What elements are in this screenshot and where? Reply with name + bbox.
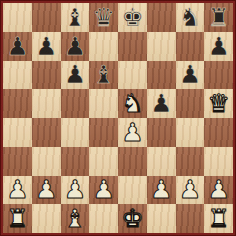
- square-f2[interactable]: ♟: [147, 176, 176, 205]
- square-d4[interactable]: [89, 118, 118, 147]
- white-knight-e5: ♞: [121, 89, 143, 118]
- black-pawn-c6: ♟: [64, 61, 86, 90]
- white-queen-h5: ♛: [207, 89, 229, 118]
- square-f8[interactable]: [147, 3, 176, 32]
- square-b2[interactable]: ♟: [32, 176, 61, 205]
- white-pawn-b2: ♟: [35, 176, 57, 205]
- square-b7[interactable]: ♟: [32, 32, 61, 61]
- square-e7[interactable]: [118, 32, 147, 61]
- white-pawn-f2: ♟: [150, 176, 172, 205]
- square-e4[interactable]: ♟: [118, 118, 147, 147]
- white-pawn-e4: ♟: [121, 118, 143, 147]
- black-rook-h8: ♜: [207, 3, 229, 32]
- square-a8[interactable]: [3, 3, 32, 32]
- square-g6[interactable]: ♟: [176, 61, 205, 90]
- square-a1[interactable]: ♜: [3, 204, 32, 233]
- square-c8[interactable]: ♝: [61, 3, 90, 32]
- square-g4[interactable]: [176, 118, 205, 147]
- white-pawn-a2: ♟: [6, 176, 28, 205]
- square-d5[interactable]: [89, 89, 118, 118]
- board-frame: ♝♛♚♞♜♟♟♟♟♟♝♟♞♟♛♟♟♟♟♟♟♟♟♜♝♚♜: [0, 0, 236, 236]
- square-h3[interactable]: [204, 147, 233, 176]
- square-b3[interactable]: [32, 147, 61, 176]
- black-queen-d8: ♛: [92, 3, 114, 32]
- square-b5[interactable]: [32, 89, 61, 118]
- square-d1[interactable]: [89, 204, 118, 233]
- black-pawn-b7: ♟: [35, 32, 57, 61]
- square-e1[interactable]: ♚: [118, 204, 147, 233]
- square-f6[interactable]: [147, 61, 176, 90]
- white-pawn-h2: ♟: [207, 176, 229, 205]
- square-a4[interactable]: [3, 118, 32, 147]
- square-a6[interactable]: [3, 61, 32, 90]
- square-f4[interactable]: [147, 118, 176, 147]
- square-d7[interactable]: [89, 32, 118, 61]
- white-rook-a1: ♜: [6, 204, 28, 233]
- white-bishop-c1: ♝: [64, 204, 86, 233]
- square-a2[interactable]: ♟: [3, 176, 32, 205]
- black-bishop-d6: ♝: [92, 61, 114, 90]
- square-c2[interactable]: ♟: [61, 176, 90, 205]
- square-f7[interactable]: [147, 32, 176, 61]
- square-e6[interactable]: [118, 61, 147, 90]
- square-c7[interactable]: ♟: [61, 32, 90, 61]
- chess-board: ♝♛♚♞♜♟♟♟♟♟♝♟♞♟♛♟♟♟♟♟♟♟♟♜♝♚♜: [3, 3, 233, 233]
- white-pawn-g2: ♟: [179, 176, 201, 205]
- black-pawn-c7: ♟: [64, 32, 86, 61]
- square-b1[interactable]: [32, 204, 61, 233]
- white-pawn-c2: ♟: [64, 176, 86, 205]
- square-b6[interactable]: [32, 61, 61, 90]
- square-h8[interactable]: ♜: [204, 3, 233, 32]
- square-c4[interactable]: [61, 118, 90, 147]
- square-c6[interactable]: ♟: [61, 61, 90, 90]
- square-e5[interactable]: ♞: [118, 89, 147, 118]
- square-a3[interactable]: [3, 147, 32, 176]
- square-c3[interactable]: [61, 147, 90, 176]
- white-pawn-d2: ♟: [92, 176, 114, 205]
- square-f3[interactable]: [147, 147, 176, 176]
- white-rook-h1: ♜: [207, 204, 229, 233]
- square-h1[interactable]: ♜: [204, 204, 233, 233]
- square-g7[interactable]: [176, 32, 205, 61]
- square-e3[interactable]: [118, 147, 147, 176]
- square-h6[interactable]: [204, 61, 233, 90]
- square-d2[interactable]: ♟: [89, 176, 118, 205]
- square-d8[interactable]: ♛: [89, 3, 118, 32]
- black-pawn-f5: ♟: [150, 89, 172, 118]
- square-h2[interactable]: ♟: [204, 176, 233, 205]
- square-g5[interactable]: [176, 89, 205, 118]
- square-c1[interactable]: ♝: [61, 204, 90, 233]
- square-e8[interactable]: ♚: [118, 3, 147, 32]
- square-c5[interactable]: [61, 89, 90, 118]
- black-king-e8: ♚: [121, 3, 143, 32]
- square-g8[interactable]: ♞: [176, 3, 205, 32]
- square-b4[interactable]: [32, 118, 61, 147]
- white-king-e1: ♚: [121, 204, 143, 233]
- black-pawn-g6: ♟: [179, 61, 201, 90]
- square-a7[interactable]: ♟: [3, 32, 32, 61]
- black-bishop-c8: ♝: [64, 3, 86, 32]
- black-knight-g8: ♞: [179, 3, 201, 32]
- square-e2[interactable]: [118, 176, 147, 205]
- square-g3[interactable]: [176, 147, 205, 176]
- square-h4[interactable]: [204, 118, 233, 147]
- square-h7[interactable]: ♟: [204, 32, 233, 61]
- square-g2[interactable]: ♟: [176, 176, 205, 205]
- square-b8[interactable]: [32, 3, 61, 32]
- square-d6[interactable]: ♝: [89, 61, 118, 90]
- square-h5[interactable]: ♛: [204, 89, 233, 118]
- square-f1[interactable]: [147, 204, 176, 233]
- black-pawn-h7: ♟: [207, 32, 229, 61]
- square-g1[interactable]: [176, 204, 205, 233]
- square-a5[interactable]: [3, 89, 32, 118]
- square-d3[interactable]: [89, 147, 118, 176]
- black-pawn-a7: ♟: [6, 32, 28, 61]
- square-f5[interactable]: ♟: [147, 89, 176, 118]
